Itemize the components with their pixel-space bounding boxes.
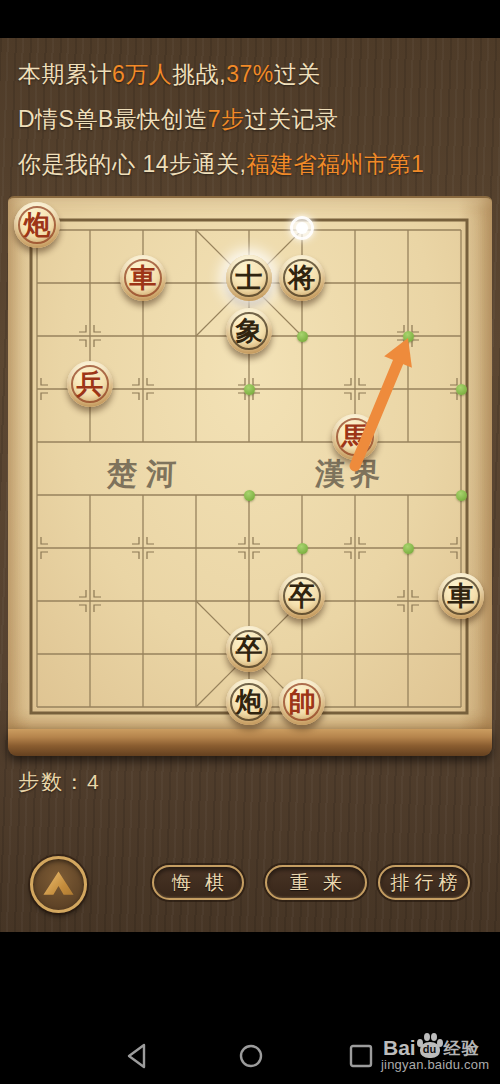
scroll-up-button[interactable] (30, 856, 87, 913)
piece-glyph: 卒 (289, 574, 316, 618)
piece-red-pawn[interactable]: 兵 (67, 361, 113, 407)
nav-recents-icon[interactable] (347, 1042, 375, 1070)
move-hint-dot[interactable] (297, 331, 308, 342)
piece-glyph: 帥 (289, 680, 316, 724)
piece-red-general[interactable]: 帥 (279, 679, 325, 725)
piece-black-elephant[interactable]: 象 (226, 308, 272, 354)
restart-button[interactable]: 重来 (265, 865, 367, 900)
piece-black-general[interactable]: 将 (279, 255, 325, 301)
jingyan-brand-text: 经验 (444, 1038, 480, 1059)
piece-black-pawn-2[interactable]: 卒 (226, 626, 272, 672)
baidu-brand-text: Bai (383, 1037, 416, 1059)
watermark-url: jingyan.baidu.com (381, 1057, 479, 1072)
step-counter: 步数：4 (18, 768, 101, 796)
piece-black-pawn-1[interactable]: 卒 (279, 573, 325, 619)
move-hint-dot[interactable] (297, 543, 308, 554)
header-text: 挑战, (172, 61, 226, 87)
nav-back-icon[interactable] (124, 1042, 152, 1070)
move-hint-dot[interactable] (456, 490, 467, 501)
phone-screen: 本期累计6万人挑战,37%过关 D情S兽B最快创造7步过关记录 你是我的心 14… (0, 0, 500, 1084)
move-hint-dot[interactable] (244, 384, 255, 395)
step-counter-label: 步数： (18, 770, 87, 793)
baidu-paw-icon: du (417, 1033, 443, 1059)
move-hint-dot[interactable] (244, 490, 255, 501)
undo-button[interactable]: 悔棋 (152, 865, 244, 900)
piece-glyph: 車 (130, 256, 157, 300)
piece-glyph: 象 (236, 309, 263, 353)
piece-glyph: 兵 (77, 362, 104, 406)
board-edge (8, 729, 492, 756)
piece-black-advisor[interactable]: 士 (226, 255, 272, 301)
header-text: D情S兽B最快创造 (18, 106, 208, 132)
piece-glyph: 士 (236, 256, 263, 300)
piece-black-chariot[interactable]: 車 (438, 573, 484, 619)
header-highlight-text: 7步 (208, 106, 245, 132)
river-label-han: 漢界 (289, 454, 410, 495)
piece-glyph: 車 (448, 574, 475, 618)
piece-glyph: 馬 (342, 415, 369, 459)
header-text: 过关 (274, 61, 321, 87)
piece-black-cannon[interactable]: 炮 (226, 679, 272, 725)
header-highlight-text: 6万人 (112, 61, 172, 87)
piece-glyph: 炮 (24, 203, 51, 247)
header-text: 过关记录 (245, 106, 339, 132)
status-bar (0, 0, 500, 38)
nav-home-icon[interactable] (237, 1042, 265, 1070)
piece-red-cannon[interactable]: 炮 (14, 202, 60, 248)
river-label-chu: 楚河 (85, 454, 206, 495)
header-highlight-text: 37% (226, 61, 274, 87)
up-arrow-icon (43, 871, 75, 898)
piece-glyph: 炮 (236, 680, 263, 724)
piece-red-chariot[interactable]: 車 (120, 255, 166, 301)
piece-glyph: 将 (289, 256, 316, 300)
move-hint-dot[interactable] (456, 384, 467, 395)
header-line-challenge: 本期累计6万人挑战,37%过关 (18, 59, 488, 89)
piece-red-horse[interactable]: 馬 (332, 414, 378, 460)
xiangqi-board[interactable]: 楚河 漢界 炮車士将象兵馬卒車卒炮帥 (8, 196, 492, 731)
leaderboard-button[interactable]: 排行榜 (378, 865, 470, 900)
header-text: 你是我的心 14步通关, (18, 151, 246, 177)
piece-glyph: 卒 (236, 627, 263, 671)
header-highlight-text: 福建省福州市第1 (246, 151, 424, 177)
header-text: 本期累计 (18, 61, 112, 87)
header-line-record: D情S兽B最快创造7步过关记录 (18, 104, 488, 134)
baidu-jingyan-watermark: Bai du 经验 (383, 1033, 480, 1059)
last-move-origin-marker (290, 216, 314, 240)
step-counter-value: 4 (87, 770, 101, 793)
header-line-top-player: 你是我的心 14步通关,福建省福州市第1 (18, 149, 488, 179)
move-hint-dot[interactable] (403, 543, 414, 554)
move-hint-dot[interactable] (403, 331, 414, 342)
